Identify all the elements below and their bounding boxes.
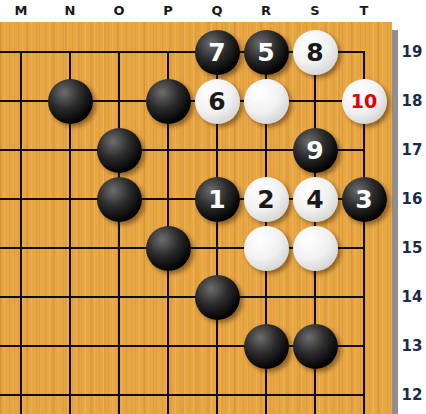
column-label-M: M	[9, 2, 33, 20]
row-label-16: 16	[400, 190, 424, 208]
intersection-T13[interactable]	[340, 322, 389, 371]
intersection-R12[interactable]	[242, 371, 291, 414]
intersection-T15[interactable]	[340, 224, 389, 273]
intersection-O17[interactable]	[95, 126, 144, 175]
intersection-P12[interactable]	[144, 371, 193, 414]
intersection-Q18[interactable]	[193, 77, 242, 126]
intersection-O15[interactable]	[95, 224, 144, 273]
intersection-Q16[interactable]	[193, 175, 242, 224]
row-label-19: 19	[400, 43, 424, 61]
intersection-T19[interactable]	[340, 28, 389, 77]
intersection-P18[interactable]	[144, 77, 193, 126]
intersection-N19[interactable]	[46, 28, 95, 77]
intersection-T16[interactable]	[340, 175, 389, 224]
intersection-T18[interactable]	[340, 77, 389, 126]
intersection-P13[interactable]	[144, 322, 193, 371]
intersection-Q12[interactable]	[193, 371, 242, 414]
row-label-15: 15	[400, 239, 424, 257]
column-label-P: P	[156, 2, 180, 20]
column-label-Q: Q	[205, 2, 229, 20]
go-board[interactable]	[0, 22, 392, 414]
intersection-M17[interactable]	[0, 126, 46, 175]
intersection-S13[interactable]	[291, 322, 340, 371]
column-label-O: O	[107, 2, 131, 20]
intersection-S15[interactable]	[291, 224, 340, 273]
intersection-O14[interactable]	[95, 273, 144, 322]
intersection-N13[interactable]	[46, 322, 95, 371]
intersection-R19[interactable]	[242, 28, 291, 77]
row-label-17: 17	[400, 141, 424, 159]
intersection-T14[interactable]	[340, 273, 389, 322]
intersection-N16[interactable]	[46, 175, 95, 224]
intersection-M18[interactable]	[0, 77, 46, 126]
intersection-M16[interactable]	[0, 175, 46, 224]
intersection-O12[interactable]	[95, 371, 144, 414]
intersection-P17[interactable]	[144, 126, 193, 175]
intersection-N15[interactable]	[46, 224, 95, 273]
row-label-12: 12	[400, 386, 424, 404]
intersection-N17[interactable]	[46, 126, 95, 175]
intersection-Q13[interactable]	[193, 322, 242, 371]
intersection-N18[interactable]	[46, 77, 95, 126]
row-label-18: 18	[400, 92, 424, 110]
intersection-O16[interactable]	[95, 175, 144, 224]
go-diagram-page: MNOPQRST 1918171615141312 75861091243	[0, 0, 426, 414]
intersection-P16[interactable]	[144, 175, 193, 224]
intersection-S19[interactable]	[291, 28, 340, 77]
row-label-13: 13	[400, 337, 424, 355]
row-labels: 1918171615141312	[398, 0, 426, 414]
intersection-R13[interactable]	[242, 322, 291, 371]
column-label-N: N	[58, 2, 82, 20]
intersection-N14[interactable]	[46, 273, 95, 322]
intersection-R17[interactable]	[242, 126, 291, 175]
intersection-M15[interactable]	[0, 224, 46, 273]
column-label-R: R	[254, 2, 278, 20]
intersection-S17[interactable]	[291, 126, 340, 175]
board-grid	[0, 28, 389, 414]
intersection-T12[interactable]	[340, 371, 389, 414]
intersection-M14[interactable]	[0, 273, 46, 322]
intersection-O19[interactable]	[95, 28, 144, 77]
intersection-Q19[interactable]	[193, 28, 242, 77]
intersection-Q15[interactable]	[193, 224, 242, 273]
intersection-S18[interactable]	[291, 77, 340, 126]
column-label-S: S	[303, 2, 327, 20]
column-label-T: T	[352, 2, 376, 20]
intersection-P14[interactable]	[144, 273, 193, 322]
intersection-R18[interactable]	[242, 77, 291, 126]
intersection-S14[interactable]	[291, 273, 340, 322]
intersection-S12[interactable]	[291, 371, 340, 414]
intersection-O18[interactable]	[95, 77, 144, 126]
intersection-P15[interactable]	[144, 224, 193, 273]
intersection-O13[interactable]	[95, 322, 144, 371]
column-labels: MNOPQRST	[0, 0, 426, 22]
intersection-R16[interactable]	[242, 175, 291, 224]
intersection-Q17[interactable]	[193, 126, 242, 175]
intersection-R15[interactable]	[242, 224, 291, 273]
intersection-S16[interactable]	[291, 175, 340, 224]
intersection-P19[interactable]	[144, 28, 193, 77]
intersection-M13[interactable]	[0, 322, 46, 371]
intersection-N12[interactable]	[46, 371, 95, 414]
intersection-T17[interactable]	[340, 126, 389, 175]
intersection-M12[interactable]	[0, 371, 46, 414]
intersection-Q14[interactable]	[193, 273, 242, 322]
intersection-R14[interactable]	[242, 273, 291, 322]
intersection-M19[interactable]	[0, 28, 46, 77]
row-label-14: 14	[400, 288, 424, 306]
